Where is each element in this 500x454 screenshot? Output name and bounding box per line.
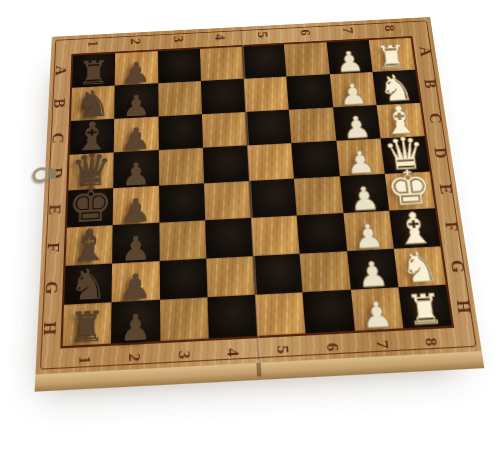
square-G5[interactable] <box>253 253 303 295</box>
clasp-mount <box>48 169 56 179</box>
file-label-left-H: H <box>28 316 70 340</box>
file-label-right-F: F <box>430 216 472 238</box>
square-D4[interactable] <box>203 146 249 184</box>
square-B7[interactable]: ♟ <box>329 72 376 107</box>
square-E2[interactable]: ♟ <box>113 186 159 225</box>
square-G6[interactable] <box>300 251 351 293</box>
square-C3[interactable] <box>158 114 203 151</box>
piece-light-knight-G8[interactable]: ♞ <box>398 246 442 291</box>
file-label-right-E: E <box>425 179 466 200</box>
rank-label-top-1: 1 <box>83 25 103 64</box>
square-F6[interactable] <box>297 213 347 253</box>
file-label-left-A: A <box>42 61 79 80</box>
square-F7[interactable]: ♟ <box>343 210 394 250</box>
square-C4[interactable] <box>202 112 247 148</box>
file-label-left-C: C <box>38 128 76 148</box>
square-C2[interactable]: ♟ <box>114 116 158 153</box>
square-C6[interactable] <box>289 107 336 143</box>
square-C5[interactable] <box>245 109 291 145</box>
square-D5[interactable] <box>247 143 294 181</box>
square-E5[interactable] <box>249 179 297 218</box>
rank-label-top-8: 8 <box>378 9 401 47</box>
file-label-left-B: B <box>40 94 77 113</box>
square-C7[interactable]: ♟ <box>333 105 381 141</box>
square-F4[interactable] <box>205 218 253 258</box>
chess-board: 12345678 12345678 ABCDEFGH ABCDEFGH ♜♟♟♜… <box>35 17 481 374</box>
rank-label-top-4: 4 <box>210 18 230 57</box>
file-label-right-B: B <box>410 74 449 93</box>
square-G1[interactable]: ♞ <box>64 263 112 305</box>
rank-label-top-2: 2 <box>126 22 145 61</box>
square-G7[interactable]: ♟ <box>347 248 399 290</box>
rank-label-bottom-3: 3 <box>172 329 196 382</box>
square-G2[interactable]: ♟ <box>112 261 160 303</box>
square-E3[interactable] <box>159 183 205 222</box>
square-B3[interactable] <box>158 81 202 116</box>
rank-label-bottom-6: 6 <box>319 321 346 373</box>
rank-label-bottom-4: 4 <box>221 326 246 378</box>
square-D2[interactable]: ♟ <box>113 150 158 188</box>
file-label-right-C: C <box>415 108 455 128</box>
square-E4[interactable] <box>204 181 251 220</box>
rank-label-bottom-5: 5 <box>270 324 296 376</box>
square-D3[interactable] <box>158 148 203 186</box>
file-label-left-F: F <box>33 237 73 259</box>
square-G3[interactable] <box>159 258 207 300</box>
square-B2[interactable]: ♟ <box>114 83 158 118</box>
square-D6[interactable] <box>292 141 340 179</box>
square-F5[interactable] <box>251 215 300 255</box>
file-label-left-E: E <box>35 199 74 221</box>
rank-label-top-7: 7 <box>336 11 359 49</box>
rank-label-bottom-1: 1 <box>72 334 96 387</box>
square-D7[interactable]: ♟ <box>336 139 385 177</box>
square-B4[interactable] <box>201 79 246 114</box>
square-B5[interactable] <box>244 76 289 111</box>
file-label-right-H: H <box>441 295 485 319</box>
rank-label-top-6: 6 <box>294 14 316 52</box>
metal-clasp <box>28 165 55 185</box>
rank-label-bottom-2: 2 <box>122 331 145 384</box>
square-E7[interactable]: ♟ <box>339 174 389 213</box>
square-F3[interactable] <box>159 220 206 260</box>
file-label-right-A: A <box>406 42 444 61</box>
rank-label-top-5: 5 <box>252 16 273 55</box>
rank-label-top-3: 3 <box>168 20 187 59</box>
piece-dark-knight-G1[interactable]: ♞ <box>68 263 108 308</box>
square-B6[interactable] <box>287 74 333 109</box>
file-label-left-G: G <box>31 276 72 299</box>
square-F2[interactable]: ♟ <box>112 222 159 263</box>
photo-stage: 12345678 12345678 ABCDEFGH ABCDEFGH ♜♟♟♜… <box>24 0 474 376</box>
square-E6[interactable] <box>294 176 343 215</box>
square-G4[interactable] <box>206 256 255 298</box>
file-label-right-D: D <box>420 143 461 164</box>
file-label-right-G: G <box>435 254 478 277</box>
